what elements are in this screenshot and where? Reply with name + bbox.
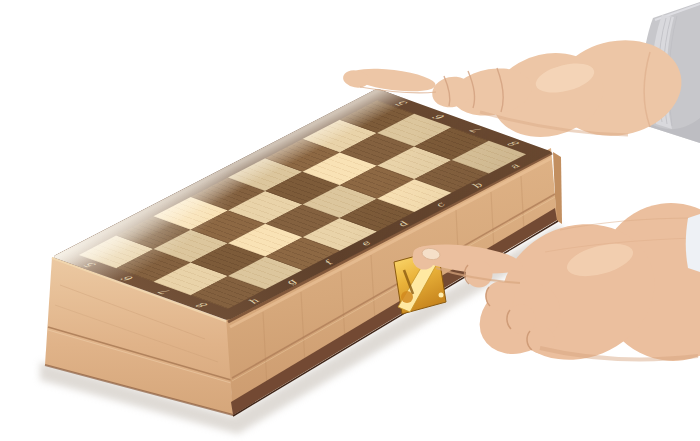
curled-finger: [486, 282, 515, 311]
curled-finger: [507, 305, 536, 334]
hands-overlay: [0, 0, 700, 441]
curled-finger: [466, 261, 493, 288]
product-photo-scene: 55667788hgfedcba: [0, 0, 700, 441]
upper-hand: [342, 30, 690, 148]
shirt-cuff: [686, 214, 700, 272]
lower-hand: [412, 193, 700, 382]
